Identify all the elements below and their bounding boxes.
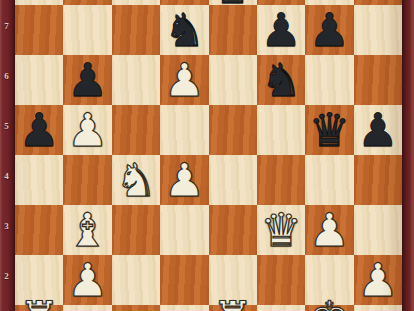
square-g2 (305, 255, 353, 305)
rank-label-2: 2 (0, 271, 13, 281)
square-f4 (257, 155, 305, 205)
square-e2 (209, 255, 257, 305)
square-c6 (112, 55, 160, 105)
square-h4 (354, 155, 402, 205)
square-a5 (15, 105, 63, 155)
square-h7 (354, 5, 402, 55)
chess-board: ♚♞♟♟♟♟♞♟♟♛♟♞♟♝♛♟♟♟♜♜♚ (15, 0, 402, 311)
square-b4 (63, 155, 111, 205)
square-f5 (257, 105, 305, 155)
square-d1 (160, 305, 208, 311)
square-f6 (257, 55, 305, 105)
square-d5 (160, 105, 208, 155)
square-a1 (15, 305, 63, 311)
chess-diagram: ♚♞♟♟♟♟♞♟♟♛♟♞♟♝♛♟♟♟♜♜♚ 765432 (0, 0, 414, 311)
square-g5 (305, 105, 353, 155)
square-b2 (63, 255, 111, 305)
rank-label-6: 6 (0, 71, 13, 81)
square-a3 (15, 205, 63, 255)
square-g7 (305, 5, 353, 55)
square-d4 (160, 155, 208, 205)
rank-label-4: 4 (0, 171, 13, 181)
square-d7 (160, 5, 208, 55)
square-g4 (305, 155, 353, 205)
square-a7 (15, 5, 63, 55)
square-e3 (209, 205, 257, 255)
square-e5 (209, 105, 257, 155)
square-b5 (63, 105, 111, 155)
square-h5 (354, 105, 402, 155)
square-b1 (63, 305, 111, 311)
square-d6 (160, 55, 208, 105)
square-a2 (15, 255, 63, 305)
square-f7 (257, 5, 305, 55)
square-h3 (354, 205, 402, 255)
board-frame-left: 765432 (0, 0, 15, 311)
square-f3 (257, 205, 305, 255)
square-f1 (257, 305, 305, 311)
square-a6 (15, 55, 63, 105)
square-g3 (305, 205, 353, 255)
square-h2 (354, 255, 402, 305)
rank-label-7: 7 (0, 21, 13, 31)
square-d3 (160, 205, 208, 255)
square-b7 (63, 5, 111, 55)
square-d2 (160, 255, 208, 305)
square-c1 (112, 305, 160, 311)
rank-label-5: 5 (0, 121, 13, 131)
square-c5 (112, 105, 160, 155)
square-e6 (209, 55, 257, 105)
square-a4 (15, 155, 63, 205)
square-c3 (112, 205, 160, 255)
square-c7 (112, 5, 160, 55)
square-h6 (354, 55, 402, 105)
square-e4 (209, 155, 257, 205)
square-b3 (63, 205, 111, 255)
square-f2 (257, 255, 305, 305)
board-frame-right (402, 0, 414, 311)
square-g1 (305, 305, 353, 311)
square-c4 (112, 155, 160, 205)
rank-label-3: 3 (0, 221, 13, 231)
square-e7 (209, 5, 257, 55)
square-b6 (63, 55, 111, 105)
square-g6 (305, 55, 353, 105)
square-c2 (112, 255, 160, 305)
square-e1 (209, 305, 257, 311)
square-h1 (354, 305, 402, 311)
